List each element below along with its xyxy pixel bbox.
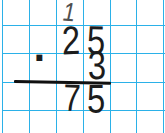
multiplication-dot-icon: · xyxy=(34,37,48,79)
result-tens-digit: 7 xyxy=(63,78,81,117)
worksheet-frame: 1 2 5 · 3 7 5 xyxy=(0,0,165,133)
multiplicand-tens-digit: 2 xyxy=(61,20,80,61)
result-ones-digit: 5 xyxy=(86,79,104,119)
handwriting-layer: 1 2 5 · 3 7 5 xyxy=(0,0,165,133)
